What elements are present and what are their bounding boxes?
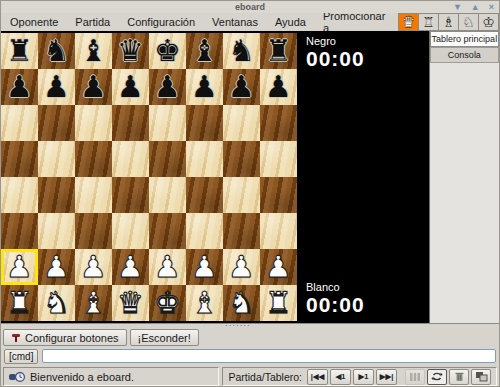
- square-d1[interactable]: ♛: [112, 285, 149, 321]
- move-strip: ·······: [1, 323, 499, 328]
- nav-buttons: |◀◀◀1▶1▶▶|: [307, 369, 397, 385]
- square-e3[interactable]: [149, 213, 186, 249]
- configure-buttons-button[interactable]: Configurar botones: [3, 329, 127, 346]
- square-h5[interactable]: [260, 141, 297, 177]
- menu-ventanas[interactable]: Ventanas: [212, 16, 258, 28]
- black-queen: ♛: [117, 33, 144, 69]
- black-clock-time: 00:00: [306, 47, 420, 71]
- clock-panel: Negro 00:00 Blanco 00:00: [297, 31, 429, 323]
- window-controls: ▼▲×: [453, 1, 494, 13]
- square-a5[interactable]: [1, 141, 38, 177]
- board-panel: ♜♞♝♛♚♝♞♜♟♟♟♟♟♟♟♟♟♟♟♟♟♟♟♟♜♞♝♛♚♝♞♜: [1, 31, 297, 323]
- shortcut-bar: Configurar botones ¡Esconder!: [1, 328, 499, 347]
- square-b7[interactable]: ♟: [38, 69, 75, 105]
- square-h7[interactable]: ♟: [260, 69, 297, 105]
- square-g1[interactable]: ♞: [223, 285, 260, 321]
- square-f5[interactable]: [186, 141, 223, 177]
- promote-knight-button[interactable]: ♘: [459, 13, 479, 31]
- square-d5[interactable]: [112, 141, 149, 177]
- square-a6[interactable]: [1, 105, 38, 141]
- white-pawn: ♟: [228, 249, 255, 285]
- menu-configuracion[interactable]: Configuración: [127, 16, 195, 28]
- white-rook: ♜: [265, 285, 292, 321]
- white-bishop: ♝: [191, 285, 218, 321]
- hide-buttons-label: ¡Esconder!: [138, 332, 191, 344]
- promote-rook-button[interactable]: ♖: [419, 13, 439, 31]
- black-pawn: ♟: [191, 69, 218, 105]
- forward-one-button[interactable]: ▶1: [353, 369, 374, 385]
- black-knight: ♞: [43, 33, 70, 69]
- square-c3[interactable]: [75, 213, 112, 249]
- square-e5[interactable]: [149, 141, 186, 177]
- black-bishop: ♝: [80, 33, 107, 69]
- square-f1[interactable]: ♝: [186, 285, 223, 321]
- square-b1[interactable]: ♞: [38, 285, 75, 321]
- white-knight: ♞: [43, 285, 70, 321]
- square-a1[interactable]: ♜: [1, 285, 38, 321]
- square-a2[interactable]: ♟: [1, 249, 38, 285]
- close-window-button[interactable]: ×: [489, 1, 494, 13]
- side-tab-panel: Tablero principalConsola: [429, 31, 499, 323]
- square-g7[interactable]: ♟: [223, 69, 260, 105]
- promote-bishop-button[interactable]: ♗: [439, 13, 459, 31]
- square-f7[interactable]: ♟: [186, 69, 223, 105]
- square-h1[interactable]: ♜: [260, 285, 297, 321]
- black-pawn: ♟: [80, 69, 107, 105]
- white-clock: Blanco 00:00: [306, 281, 420, 317]
- white-rook: ♜: [6, 285, 33, 321]
- square-f2[interactable]: ♟: [186, 249, 223, 285]
- white-pawn: ♟: [80, 249, 107, 285]
- square-a4[interactable]: [1, 177, 38, 213]
- command-input[interactable]: [42, 349, 496, 363]
- white-bishop: ♝: [80, 285, 107, 321]
- black-knight: ♞: [228, 33, 255, 69]
- white-queen: ♛: [117, 285, 144, 321]
- square-g2[interactable]: ♟: [223, 249, 260, 285]
- white-pawn: ♟: [191, 249, 218, 285]
- square-g6[interactable]: [223, 105, 260, 141]
- white-pawn: ♟: [6, 249, 33, 285]
- promote-queen-button[interactable]: ♛: [399, 13, 419, 31]
- white-pawn: ♟: [43, 249, 70, 285]
- square-h6[interactable]: [260, 105, 297, 141]
- square-g3[interactable]: [223, 213, 260, 249]
- square-c4[interactable]: [75, 177, 112, 213]
- movelist-icon: [409, 372, 421, 382]
- refresh-button[interactable]: [427, 369, 447, 385]
- first-move-button[interactable]: |◀◀: [307, 369, 328, 385]
- status-message-frame: Bienvenido a eboard.: [3, 367, 219, 386]
- square-f3[interactable]: [186, 213, 223, 249]
- black-bishop: ♝: [191, 33, 218, 69]
- square-b2[interactable]: ♟: [38, 249, 75, 285]
- eboard-window: eboard ▼▲× OponentePartidaConfiguraciónV…: [0, 0, 500, 387]
- back-one-button[interactable]: ◀1: [330, 369, 351, 385]
- square-b5[interactable]: [38, 141, 75, 177]
- white-pawn: ♟: [154, 249, 181, 285]
- black-rook: ♜: [265, 33, 292, 69]
- game-nav-label: Partida/Tablero:: [228, 371, 302, 383]
- square-c2[interactable]: ♟: [75, 249, 112, 285]
- tab-consola[interactable]: Consola: [430, 47, 499, 63]
- tool-icon: [11, 333, 21, 343]
- chess-board: ♜♞♝♛♚♝♞♜♟♟♟♟♟♟♟♟♟♟♟♟♟♟♟♟♜♞♝♛♚♝♞♜: [1, 33, 297, 321]
- square-e8[interactable]: ♚: [149, 33, 186, 69]
- main-area: ♜♞♝♛♚♝♞♜♟♟♟♟♟♟♟♟♟♟♟♟♟♟♟♟♜♞♝♛♚♝♞♜ Negro 0…: [1, 31, 499, 323]
- menu-partida[interactable]: Partida: [75, 16, 110, 28]
- square-h2[interactable]: ♟: [260, 249, 297, 285]
- move-strip-dots: ·······: [225, 321, 251, 330]
- square-c1[interactable]: ♝: [75, 285, 112, 321]
- movelist-button[interactable]: [405, 369, 425, 385]
- square-e1[interactable]: ♚: [149, 285, 186, 321]
- square-c8[interactable]: ♝: [75, 33, 112, 69]
- detach-board-button[interactable]: [471, 369, 491, 385]
- detach-board-icon: [475, 371, 488, 382]
- square-e6[interactable]: [149, 105, 186, 141]
- tab-tablero-principal[interactable]: Tablero principal: [430, 31, 499, 47]
- menu-items: OponentePartidaConfiguraciónVentanasAyud…: [10, 16, 323, 28]
- square-a8[interactable]: ♜: [1, 33, 38, 69]
- title-bar: eboard ▼▲×: [1, 1, 499, 13]
- white-pawn: ♟: [117, 249, 144, 285]
- game-nav-frame: Partida/Tablero: |◀◀◀1▶1▶▶|: [222, 367, 497, 386]
- status-message: Bienvenido a eboard.: [30, 371, 134, 383]
- command-bar: [cmd]: [1, 347, 499, 365]
- square-c5[interactable]: [75, 141, 112, 177]
- white-knight: ♞: [228, 285, 255, 321]
- square-b8[interactable]: ♞: [38, 33, 75, 69]
- eyeglasses-clock-icon: [9, 371, 25, 383]
- square-f8[interactable]: ♝: [186, 33, 223, 69]
- white-clock-label: Blanco: [306, 281, 420, 293]
- square-d8[interactable]: ♛: [112, 33, 149, 69]
- black-pawn: ♟: [43, 69, 70, 105]
- menu-ayuda[interactable]: Ayuda: [275, 16, 306, 28]
- black-pawn: ♟: [154, 69, 181, 105]
- menu-oponente[interactable]: Oponente: [10, 16, 58, 28]
- square-d2[interactable]: ♟: [112, 249, 149, 285]
- maximize-window-button[interactable]: ▲: [471, 1, 480, 13]
- square-b6[interactable]: [38, 105, 75, 141]
- square-e4[interactable]: [149, 177, 186, 213]
- square-b3[interactable]: [38, 213, 75, 249]
- white-clock-time: 00:00: [306, 293, 420, 317]
- square-g5[interactable]: [223, 141, 260, 177]
- square-h8[interactable]: ♜: [260, 33, 297, 69]
- black-king: ♚: [154, 33, 181, 69]
- square-d4[interactable]: [112, 177, 149, 213]
- black-pawn: ♟: [117, 69, 144, 105]
- black-rook: ♜: [6, 33, 33, 69]
- square-f6[interactable]: [186, 105, 223, 141]
- square-e2[interactable]: ♟: [149, 249, 186, 285]
- menu-bar: OponentePartidaConfiguraciónVentanasAyud…: [1, 13, 499, 31]
- configure-buttons-label: Configurar botones: [25, 332, 119, 344]
- square-a7[interactable]: ♟: [1, 69, 38, 105]
- white-king: ♚: [154, 285, 181, 321]
- black-clock-label: Negro: [306, 35, 420, 47]
- square-g4[interactable]: [223, 177, 260, 213]
- square-c7[interactable]: ♟: [75, 69, 112, 105]
- square-f4[interactable]: [186, 177, 223, 213]
- black-clock: Negro 00:00: [306, 35, 420, 71]
- shade-window-button[interactable]: ▼: [453, 1, 462, 13]
- hide-buttons-button[interactable]: ¡Esconder!: [130, 329, 199, 346]
- last-move-button[interactable]: ▶▶|: [376, 369, 397, 385]
- square-d3[interactable]: [112, 213, 149, 249]
- refresh-icon: [431, 371, 443, 382]
- promote-king-button[interactable]: ♔: [479, 13, 499, 31]
- status-bar: Bienvenido a eboard. Partida/Tablero: |◀…: [1, 365, 499, 387]
- black-pawn: ♟: [228, 69, 255, 105]
- window-title: eboard: [1, 1, 499, 13]
- trash-icon: [454, 371, 465, 382]
- white-pawn: ♟: [265, 249, 292, 285]
- discard-game-button[interactable]: [449, 369, 469, 385]
- cmd-prompt: [cmd]: [4, 349, 38, 364]
- square-a3[interactable]: [1, 213, 38, 249]
- square-b4[interactable]: [38, 177, 75, 213]
- square-c6[interactable]: [75, 105, 112, 141]
- black-pawn: ♟: [265, 69, 292, 105]
- square-h3[interactable]: [260, 213, 297, 249]
- square-d6[interactable]: [112, 105, 149, 141]
- square-h4[interactable]: [260, 177, 297, 213]
- square-g8[interactable]: ♞: [223, 33, 260, 69]
- black-pawn: ♟: [6, 69, 33, 105]
- promote-group: ♛♖♗♘♔: [398, 13, 499, 31]
- square-d7[interactable]: ♟: [112, 69, 149, 105]
- square-e7[interactable]: ♟: [149, 69, 186, 105]
